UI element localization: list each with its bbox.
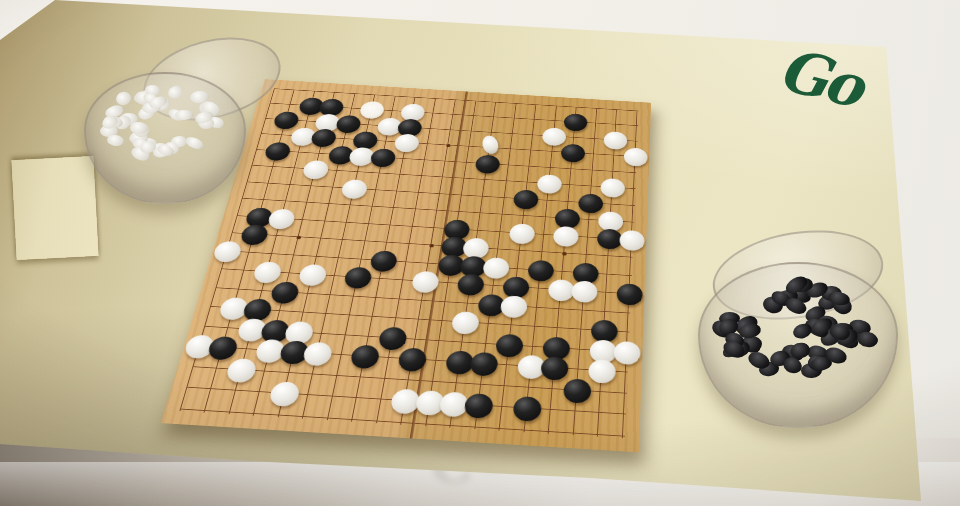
star-point [296, 236, 301, 240]
box-side-flap [11, 156, 98, 260]
go-box-photo: Go Go [0, 0, 960, 506]
white-stone-in-bowl [130, 121, 148, 134]
box-lid: Go [0, 0, 960, 506]
star-point [446, 144, 451, 147]
star-point [562, 252, 567, 256]
star-point [429, 244, 434, 248]
white-stone-in-bowl [175, 110, 193, 120]
